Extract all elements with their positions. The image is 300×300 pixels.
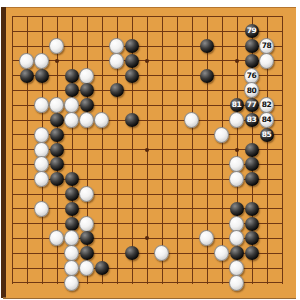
white-stone[interactable] xyxy=(79,112,94,128)
screenshot-root: 79787680817782838485 xyxy=(0,0,300,300)
white-stone[interactable] xyxy=(19,53,34,69)
intersection xyxy=(199,68,214,83)
black-stone[interactable] xyxy=(50,113,64,127)
intersection xyxy=(79,113,94,128)
star-point xyxy=(139,231,154,246)
intersection xyxy=(34,201,49,216)
star-point-dot xyxy=(145,148,149,152)
intersection xyxy=(229,275,244,290)
black-stone[interactable]: 79 xyxy=(245,24,259,38)
black-stone[interactable] xyxy=(200,69,214,83)
intersection xyxy=(109,83,124,98)
star-point-dot xyxy=(55,59,59,63)
black-stone[interactable] xyxy=(200,39,214,53)
white-stone[interactable] xyxy=(109,38,124,54)
white-stone[interactable] xyxy=(34,171,49,187)
white-stone[interactable] xyxy=(49,230,64,246)
white-stone[interactable] xyxy=(79,260,94,276)
intersection xyxy=(244,246,259,261)
intersection xyxy=(64,261,79,276)
intersection: 79 xyxy=(244,24,259,39)
intersection xyxy=(79,216,94,231)
white-stone[interactable] xyxy=(64,245,79,261)
black-stone[interactable] xyxy=(245,202,259,216)
white-stone[interactable] xyxy=(229,171,244,187)
black-stone[interactable]: 83 xyxy=(245,113,259,127)
black-stone[interactable] xyxy=(20,69,34,83)
black-stone[interactable] xyxy=(245,231,259,245)
move-number-label: 80 xyxy=(247,87,256,95)
intersection xyxy=(199,231,214,246)
white-stone[interactable] xyxy=(229,275,244,291)
black-stone[interactable] xyxy=(65,217,79,231)
black-stone[interactable] xyxy=(65,187,79,201)
intersection xyxy=(199,39,214,54)
intersection xyxy=(259,53,274,68)
black-stone[interactable] xyxy=(125,54,139,68)
black-stone[interactable] xyxy=(245,246,259,260)
move-number-label: 77 xyxy=(247,101,256,109)
white-stone[interactable]: 80 xyxy=(244,82,259,98)
intersection xyxy=(64,98,79,113)
intersection xyxy=(109,53,124,68)
intersection xyxy=(244,201,259,216)
white-stone[interactable] xyxy=(229,216,244,232)
intersection xyxy=(79,83,94,98)
intersection xyxy=(184,113,199,128)
star-point xyxy=(49,53,64,68)
black-stone[interactable] xyxy=(50,143,64,157)
intersection xyxy=(49,172,64,187)
black-stone[interactable] xyxy=(230,202,244,216)
black-stone[interactable] xyxy=(230,246,244,260)
intersection: 83 xyxy=(244,113,259,128)
white-stone[interactable]: 84 xyxy=(259,112,274,128)
intersection xyxy=(154,246,169,261)
intersection xyxy=(244,157,259,172)
black-stone[interactable] xyxy=(125,39,139,53)
intersection xyxy=(34,53,49,68)
intersection xyxy=(49,157,64,172)
white-stone[interactable] xyxy=(64,230,79,246)
black-stone[interactable] xyxy=(80,98,94,112)
intersection xyxy=(19,53,34,68)
intersection xyxy=(244,231,259,246)
white-stone[interactable] xyxy=(64,97,79,113)
white-stone[interactable] xyxy=(184,112,199,128)
intersection xyxy=(94,113,109,128)
intersection xyxy=(79,261,94,276)
white-stone[interactable]: 76 xyxy=(244,68,259,84)
intersection xyxy=(34,127,49,142)
black-stone[interactable] xyxy=(80,246,94,260)
black-stone[interactable] xyxy=(50,157,64,171)
intersection xyxy=(124,68,139,83)
move-number-label: 85 xyxy=(262,131,271,139)
black-stone[interactable]: 85 xyxy=(260,128,274,142)
white-stone[interactable] xyxy=(49,97,64,113)
intersection: 84 xyxy=(259,113,274,128)
intersection xyxy=(64,187,79,202)
white-stone[interactable] xyxy=(79,186,94,202)
white-stone[interactable] xyxy=(94,112,109,128)
intersection xyxy=(124,113,139,128)
move-number-label: 83 xyxy=(247,116,256,124)
intersection xyxy=(79,98,94,113)
white-stone[interactable]: 78 xyxy=(259,38,274,54)
black-stone[interactable] xyxy=(50,172,64,186)
white-stone[interactable] xyxy=(34,127,49,143)
intersection xyxy=(34,98,49,113)
intersection xyxy=(214,127,229,142)
black-stone[interactable] xyxy=(245,157,259,171)
intersection xyxy=(64,68,79,83)
white-stone[interactable] xyxy=(79,68,94,84)
intersection: 81 xyxy=(229,98,244,113)
intersection xyxy=(49,142,64,157)
intersection xyxy=(34,142,49,157)
intersection xyxy=(49,113,64,128)
white-stone[interactable] xyxy=(34,53,49,69)
intersection xyxy=(79,231,94,246)
intersection xyxy=(229,261,244,276)
black-stone[interactable] xyxy=(80,231,94,245)
star-point xyxy=(229,53,244,68)
white-stone[interactable] xyxy=(49,38,64,54)
white-stone[interactable] xyxy=(34,156,49,172)
intersection: 80 xyxy=(244,83,259,98)
intersection xyxy=(124,39,139,54)
white-stone[interactable] xyxy=(199,230,214,246)
intersection xyxy=(229,246,244,261)
intersection xyxy=(49,127,64,142)
black-stone[interactable] xyxy=(245,143,259,157)
black-stone[interactable] xyxy=(65,69,79,83)
white-stone[interactable] xyxy=(34,97,49,113)
intersection xyxy=(64,113,79,128)
move-number-label: 79 xyxy=(247,27,256,35)
white-stone[interactable] xyxy=(64,112,79,128)
intersection: 82 xyxy=(259,98,274,113)
go-board[interactable]: 79787680817782838485 xyxy=(6,7,296,298)
white-stone[interactable] xyxy=(34,142,49,158)
star-point-dot xyxy=(235,148,239,152)
intersection xyxy=(79,187,94,202)
intersection xyxy=(64,231,79,246)
move-number-label: 84 xyxy=(262,116,271,124)
black-stone[interactable] xyxy=(245,172,259,186)
intersection xyxy=(109,39,124,54)
white-stone[interactable] xyxy=(229,230,244,246)
intersection: 76 xyxy=(244,68,259,83)
white-stone[interactable] xyxy=(109,53,124,69)
intersection xyxy=(64,275,79,290)
intersection: 85 xyxy=(259,127,274,142)
intersection xyxy=(49,231,64,246)
intersection xyxy=(229,113,244,128)
black-stone[interactable] xyxy=(245,39,259,53)
stones-layer: 79787680817782838485 xyxy=(4,9,289,290)
star-point xyxy=(139,142,154,157)
intersection xyxy=(64,172,79,187)
star-point xyxy=(229,142,244,157)
intersection xyxy=(64,216,79,231)
intersection xyxy=(34,172,49,187)
black-stone[interactable] xyxy=(125,113,139,127)
intersection xyxy=(229,216,244,231)
star-point-dot xyxy=(145,59,149,63)
white-stone[interactable] xyxy=(34,201,49,217)
white-stone[interactable] xyxy=(214,127,229,143)
intersection: 78 xyxy=(259,39,274,54)
intersection xyxy=(244,142,259,157)
intersection xyxy=(34,68,49,83)
intersection xyxy=(244,53,259,68)
intersection xyxy=(244,172,259,187)
intersection xyxy=(64,246,79,261)
black-stone[interactable] xyxy=(245,217,259,231)
intersection xyxy=(34,157,49,172)
white-stone[interactable] xyxy=(64,260,79,276)
white-stone[interactable]: 82 xyxy=(259,97,274,113)
black-stone[interactable] xyxy=(80,83,94,97)
white-stone[interactable] xyxy=(214,245,229,261)
white-stone[interactable] xyxy=(64,275,79,291)
intersection xyxy=(244,39,259,54)
intersection xyxy=(124,246,139,261)
intersection xyxy=(64,83,79,98)
intersection xyxy=(79,68,94,83)
black-stone[interactable]: 81 xyxy=(230,98,244,112)
black-stone[interactable] xyxy=(65,202,79,216)
star-point-dot xyxy=(145,236,149,240)
intersection xyxy=(229,231,244,246)
black-stone[interactable] xyxy=(65,172,79,186)
white-stone[interactable] xyxy=(154,245,169,261)
intersection xyxy=(229,157,244,172)
intersection xyxy=(124,53,139,68)
intersection xyxy=(64,201,79,216)
black-stone[interactable] xyxy=(245,54,259,68)
black-stone[interactable] xyxy=(110,83,124,97)
intersection xyxy=(49,39,64,54)
move-number-label: 82 xyxy=(262,101,271,109)
white-stone[interactable] xyxy=(259,53,274,69)
move-number-label: 81 xyxy=(232,101,241,109)
star-point xyxy=(139,53,154,68)
black-stone[interactable]: 77 xyxy=(245,98,259,112)
black-stone[interactable] xyxy=(65,83,79,97)
black-stone[interactable] xyxy=(95,261,109,275)
black-stone[interactable] xyxy=(125,246,139,260)
intersection xyxy=(229,201,244,216)
white-stone[interactable] xyxy=(229,156,244,172)
intersection: 77 xyxy=(244,98,259,113)
black-stone[interactable] xyxy=(35,69,49,83)
move-number-label: 78 xyxy=(262,42,271,50)
intersection xyxy=(49,98,64,113)
black-stone[interactable] xyxy=(125,69,139,83)
intersection xyxy=(229,172,244,187)
intersection xyxy=(19,68,34,83)
intersection xyxy=(94,261,109,276)
move-number-label: 76 xyxy=(247,72,256,80)
intersection xyxy=(244,216,259,231)
white-stone[interactable] xyxy=(79,216,94,232)
white-stone[interactable] xyxy=(229,260,244,276)
white-stone[interactable] xyxy=(229,112,244,128)
intersection xyxy=(79,246,94,261)
star-point-dot xyxy=(235,59,239,63)
intersection xyxy=(214,246,229,261)
black-stone[interactable] xyxy=(50,128,64,142)
